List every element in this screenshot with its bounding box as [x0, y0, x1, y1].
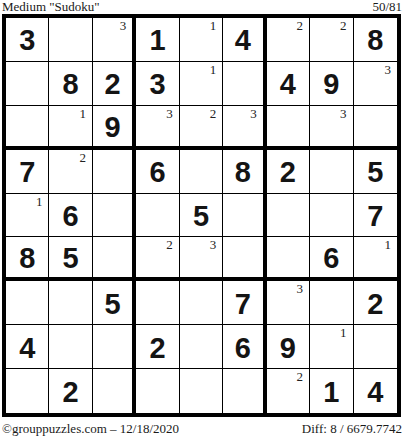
cell-r9c8[interactable]: 1	[310, 369, 353, 413]
cell-r8c5[interactable]	[180, 325, 223, 369]
cell-value: 1	[149, 23, 165, 55]
cell-r5c1[interactable]: 1	[6, 194, 49, 238]
cell-value: 6	[235, 331, 251, 363]
cell-value: 3	[19, 23, 35, 55]
cell-value: 8	[63, 67, 79, 99]
cell-value: 2	[105, 67, 121, 99]
cells-remaining-counter: 50/81	[372, 0, 402, 14]
cell-r7c9[interactable]: 2	[354, 281, 397, 325]
cell-r3c4[interactable]: 3	[136, 106, 179, 150]
cell-r6c2[interactable]: 5	[49, 237, 92, 281]
cell-r8c2[interactable]	[49, 325, 92, 369]
cell-r9c9[interactable]: 4	[354, 369, 397, 413]
sudoku-board: 3311422882314931932337268251657852361573…	[2, 14, 401, 417]
cell-r7c3[interactable]: 5	[93, 281, 136, 325]
cell-r4c1[interactable]: 7	[6, 150, 49, 194]
cell-value: 8	[235, 155, 251, 187]
cell-r4c7[interactable]: 2	[267, 150, 310, 194]
cell-r5c6[interactable]	[223, 194, 266, 238]
cell-r1c4[interactable]: 1	[136, 18, 179, 62]
cell-r7c4[interactable]	[136, 281, 179, 325]
cell-r5c3[interactable]	[93, 194, 136, 238]
pencil-mark: 1	[210, 63, 217, 77]
cell-value: 8	[19, 241, 35, 273]
cell-value: 3	[149, 67, 165, 99]
cell-r6c4[interactable]: 2	[136, 237, 179, 281]
cell-r7c8[interactable]	[310, 281, 353, 325]
cell-r9c4[interactable]	[136, 369, 179, 413]
cell-r4c5[interactable]	[180, 150, 223, 194]
cell-r7c5[interactable]	[180, 281, 223, 325]
cell-value: 7	[235, 287, 251, 319]
cell-r6c1[interactable]: 8	[6, 237, 49, 281]
cell-r8c7[interactable]: 9	[267, 325, 310, 369]
cell-r2c7[interactable]: 4	[267, 62, 310, 106]
cell-r3c9[interactable]	[354, 106, 397, 150]
cell-r6c8[interactable]: 6	[310, 237, 353, 281]
cell-r2c4[interactable]: 3	[136, 62, 179, 106]
cell-r9c7[interactable]: 2	[267, 369, 310, 413]
cell-r4c4[interactable]: 6	[136, 150, 179, 194]
cell-r7c2[interactable]	[49, 281, 92, 325]
cell-value: 9	[323, 67, 339, 99]
cell-r9c3[interactable]	[93, 369, 136, 413]
cell-value: 5	[193, 199, 209, 231]
pencil-mark: 2	[79, 151, 86, 165]
cell-r1c9[interactable]: 8	[354, 18, 397, 62]
cell-r8c8[interactable]: 1	[310, 325, 353, 369]
pencil-mark: 3	[210, 238, 217, 252]
cell-value: 8	[367, 23, 383, 55]
cell-r6c5[interactable]: 3	[180, 237, 223, 281]
cell-r4c3[interactable]	[93, 150, 136, 194]
cell-r1c1[interactable]: 3	[6, 18, 49, 62]
cell-value: 5	[105, 287, 121, 319]
cell-value: 5	[367, 155, 383, 187]
pencil-mark: 1	[79, 107, 86, 121]
cell-value: 6	[63, 199, 79, 231]
pencil-mark: 3	[250, 107, 257, 121]
cell-r1c3[interactable]: 3	[93, 18, 136, 62]
cell-r8c1[interactable]: 4	[6, 325, 49, 369]
cell-r8c4[interactable]: 2	[136, 325, 179, 369]
cell-r5c5[interactable]: 5	[180, 194, 223, 238]
pencil-mark: 2	[340, 19, 347, 33]
cell-value: 6	[323, 241, 339, 273]
cell-r1c6[interactable]: 4	[223, 18, 266, 62]
pencil-mark: 3	[297, 282, 304, 296]
cell-r1c5[interactable]: 1	[180, 18, 223, 62]
cell-value: 4	[19, 331, 35, 363]
cell-r5c4[interactable]	[136, 194, 179, 238]
cell-r4c2[interactable]: 2	[49, 150, 92, 194]
cell-r3c6[interactable]: 3	[223, 106, 266, 150]
pencil-mark: 3	[384, 63, 391, 77]
cell-r2c8[interactable]: 9	[310, 62, 353, 106]
cell-r4c6[interactable]: 8	[223, 150, 266, 194]
cell-value: 2	[280, 155, 296, 187]
cell-r1c7[interactable]: 2	[267, 18, 310, 62]
cell-r4c8[interactable]	[310, 150, 353, 194]
cell-r6c9[interactable]: 1	[354, 237, 397, 281]
cell-value: 7	[19, 155, 35, 187]
pencil-mark: 3	[340, 107, 347, 121]
cell-r9c1[interactable]	[6, 369, 49, 413]
cell-value: 2	[149, 331, 165, 363]
cell-r6c3[interactable]	[93, 237, 136, 281]
cell-r6c7[interactable]	[267, 237, 310, 281]
cell-r3c7[interactable]	[267, 106, 310, 150]
cell-r9c2[interactable]: 2	[49, 369, 92, 413]
cell-r3c5[interactable]: 2	[180, 106, 223, 150]
cell-value: 4	[280, 67, 296, 99]
cell-value: 4	[235, 23, 251, 55]
pencil-mark: 2	[297, 370, 304, 384]
cell-value: 2	[63, 375, 79, 407]
cell-r7c7[interactable]: 3	[267, 281, 310, 325]
cell-value: 6	[149, 155, 165, 187]
cell-r7c1[interactable]	[6, 281, 49, 325]
pencil-mark: 3	[120, 19, 127, 33]
puzzle-page: Medium "Sudoku" 50/81 331142288231493193…	[0, 0, 403, 437]
cell-value: 2	[367, 287, 383, 319]
cell-r3c3[interactable]: 9	[93, 106, 136, 150]
pencil-mark: 1	[36, 195, 43, 209]
cell-r1c8[interactable]: 2	[310, 18, 353, 62]
cell-value: 9	[105, 110, 121, 142]
cell-r2c6[interactable]	[223, 62, 266, 106]
pencil-mark: 2	[166, 238, 173, 252]
cell-value: 7	[367, 199, 383, 231]
cell-r4c9[interactable]: 5	[354, 150, 397, 194]
cell-r2c3[interactable]: 2	[93, 62, 136, 106]
cell-r2c5[interactable]: 1	[180, 62, 223, 106]
cell-r5c8[interactable]	[310, 194, 353, 238]
pencil-mark: 3	[166, 107, 173, 121]
cell-r8c6[interactable]: 6	[223, 325, 266, 369]
cell-r5c7[interactable]	[267, 194, 310, 238]
cell-value: 4	[367, 375, 383, 407]
cell-r5c9[interactable]: 7	[354, 194, 397, 238]
cell-r9c6[interactable]	[223, 369, 266, 413]
cell-r7c6[interactable]: 7	[223, 281, 266, 325]
cell-r9c5[interactable]	[180, 369, 223, 413]
cell-r6c6[interactable]	[223, 237, 266, 281]
pencil-mark: 1	[384, 238, 391, 252]
pencil-mark: 2	[297, 19, 304, 33]
cell-r1c2[interactable]	[49, 18, 92, 62]
pencil-mark: 2	[210, 107, 217, 121]
puzzle-title: Medium "Sudoku"	[2, 0, 100, 14]
cell-r3c8[interactable]: 3	[310, 106, 353, 150]
cell-r5c2[interactable]: 6	[49, 194, 92, 238]
pencil-mark: 1	[210, 19, 217, 33]
cell-r2c1[interactable]	[6, 62, 49, 106]
cell-value: 1	[323, 375, 339, 407]
cell-r2c9[interactable]: 3	[354, 62, 397, 106]
pencil-mark: 1	[340, 326, 347, 340]
copyright-text: ©grouppuzzles.com – 12/18/2020	[2, 421, 179, 436]
cell-r3c2[interactable]: 1	[49, 106, 92, 150]
cell-r8c3[interactable]	[93, 325, 136, 369]
cell-r8c9[interactable]	[354, 325, 397, 369]
cell-value: 9	[280, 331, 296, 363]
cell-r2c2[interactable]: 8	[49, 62, 92, 106]
difficulty-text: Diff: 8 / 6679.7742	[302, 421, 402, 436]
cell-r3c1[interactable]	[6, 106, 49, 150]
cell-value: 5	[63, 241, 79, 273]
